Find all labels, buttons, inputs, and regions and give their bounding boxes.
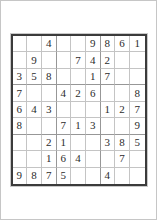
sudoku-cell-r9c4: 5 <box>57 168 72 184</box>
sudoku-board: 4986197423581774268643127871392138516479… <box>11 34 147 186</box>
sudoku-cell-r8c4: 6 <box>57 151 72 167</box>
sudoku-cell-r2c2: 9 <box>27 52 42 68</box>
sudoku-cell-r7c2[interactable] <box>27 135 42 151</box>
sudoku-cell-r2c1[interactable] <box>13 52 28 68</box>
sudoku-cell-r2c4[interactable] <box>57 52 72 68</box>
sudoku-cell-r2c7: 2 <box>101 52 116 68</box>
sudoku-cell-r4c5: 2 <box>71 85 86 101</box>
page: 4986197423581774268643127871392138516479… <box>0 0 157 220</box>
sudoku-cell-r8c1[interactable] <box>13 151 28 167</box>
sudoku-cell-r7c1[interactable] <box>13 135 28 151</box>
sudoku-cell-r7c3: 2 <box>42 135 57 151</box>
sudoku-cell-r8c5: 4 <box>71 151 86 167</box>
sudoku-cell-r9c3: 7 <box>42 168 57 184</box>
sudoku-cell-r4c9: 8 <box>130 85 145 101</box>
sudoku-cell-r6c5: 1 <box>71 118 86 134</box>
sudoku-cell-r6c2[interactable] <box>27 118 42 134</box>
sudoku-cell-r7c7: 3 <box>101 135 116 151</box>
sudoku-cell-r1c9: 1 <box>130 36 145 52</box>
sudoku-cell-r1c1[interactable] <box>13 36 28 52</box>
sudoku-cell-r9c2: 8 <box>27 168 42 184</box>
sudoku-cell-r5c9: 7 <box>130 102 145 118</box>
sudoku-cell-r6c1: 8 <box>13 118 28 134</box>
sudoku-cell-r2c8[interactable] <box>115 52 130 68</box>
sudoku-cell-r5c8: 2 <box>115 102 130 118</box>
sudoku-cell-r5c2: 4 <box>27 102 42 118</box>
sudoku-cell-r9c9[interactable] <box>130 168 145 184</box>
sudoku-cell-r5c7: 1 <box>101 102 116 118</box>
sudoku-cell-r7c6[interactable] <box>86 135 101 151</box>
sudoku-cell-r2c5: 7 <box>71 52 86 68</box>
sudoku-cell-r4c6: 6 <box>86 85 101 101</box>
sudoku-cell-r7c5[interactable] <box>71 135 86 151</box>
sudoku-cell-r3c8[interactable] <box>115 69 130 85</box>
sudoku-cell-r3c4[interactable] <box>57 69 72 85</box>
sudoku-cell-r3c3: 8 <box>42 69 57 85</box>
sudoku-cell-r3c6: 1 <box>86 69 101 85</box>
sudoku-cell-r9c6[interactable] <box>86 168 101 184</box>
sudoku-cell-r4c8[interactable] <box>115 85 130 101</box>
sudoku-cell-r9c5[interactable] <box>71 168 86 184</box>
sudoku-cell-r4c1: 7 <box>13 85 28 101</box>
sudoku-cell-r7c9: 5 <box>130 135 145 151</box>
sudoku-cell-r2c6: 4 <box>86 52 101 68</box>
sudoku-cell-r3c1: 3 <box>13 69 28 85</box>
sudoku-cell-r9c7: 4 <box>101 168 116 184</box>
sudoku-cell-r4c4: 4 <box>57 85 72 101</box>
sudoku-cell-r8c2[interactable] <box>27 151 42 167</box>
sudoku-cell-r6c8[interactable] <box>115 118 130 134</box>
sudoku-cell-r6c3[interactable] <box>42 118 57 134</box>
sudoku-cell-r2c9[interactable] <box>130 52 145 68</box>
sudoku-cell-r6c9: 9 <box>130 118 145 134</box>
sudoku-cell-r8c9[interactable] <box>130 151 145 167</box>
sudoku-cell-r5c6[interactable] <box>86 102 101 118</box>
sudoku-cell-r7c4: 1 <box>57 135 72 151</box>
sudoku-cell-r6c4: 7 <box>57 118 72 134</box>
sudoku-cell-r4c2[interactable] <box>27 85 42 101</box>
sudoku-cell-r4c7[interactable] <box>101 85 116 101</box>
sudoku-cell-r8c8: 7 <box>115 151 130 167</box>
sudoku-cell-r4c3[interactable] <box>42 85 57 101</box>
sudoku-cell-r1c7: 8 <box>101 36 116 52</box>
sudoku-cell-r1c4[interactable] <box>57 36 72 52</box>
sudoku-cell-r8c3: 1 <box>42 151 57 167</box>
sudoku-cell-r1c6: 9 <box>86 36 101 52</box>
sudoku-cell-r1c8: 6 <box>115 36 130 52</box>
sudoku-cell-r1c3: 4 <box>42 36 57 52</box>
sudoku-cell-r8c6[interactable] <box>86 151 101 167</box>
sudoku-cell-r9c1: 9 <box>13 168 28 184</box>
sudoku-cell-r6c6: 3 <box>86 118 101 134</box>
sudoku-cell-r6c7[interactable] <box>101 118 116 134</box>
sudoku-cell-r7c8: 8 <box>115 135 130 151</box>
sudoku-cell-r3c2: 5 <box>27 69 42 85</box>
sudoku-cell-r5c5[interactable] <box>71 102 86 118</box>
sudoku-cell-r1c2[interactable] <box>27 36 42 52</box>
sudoku-cell-r2c3[interactable] <box>42 52 57 68</box>
sudoku-cell-r3c7: 7 <box>101 69 116 85</box>
sudoku-cell-r8c7[interactable] <box>101 151 116 167</box>
sudoku-cell-r5c1: 6 <box>13 102 28 118</box>
sudoku-cell-r5c4[interactable] <box>57 102 72 118</box>
sudoku-cell-r3c9[interactable] <box>130 69 145 85</box>
sudoku-cell-r3c5[interactable] <box>71 69 86 85</box>
sudoku-cell-r5c3: 3 <box>42 102 57 118</box>
sudoku-cell-r1c5[interactable] <box>71 36 86 52</box>
sudoku-cell-r9c8[interactable] <box>115 168 130 184</box>
